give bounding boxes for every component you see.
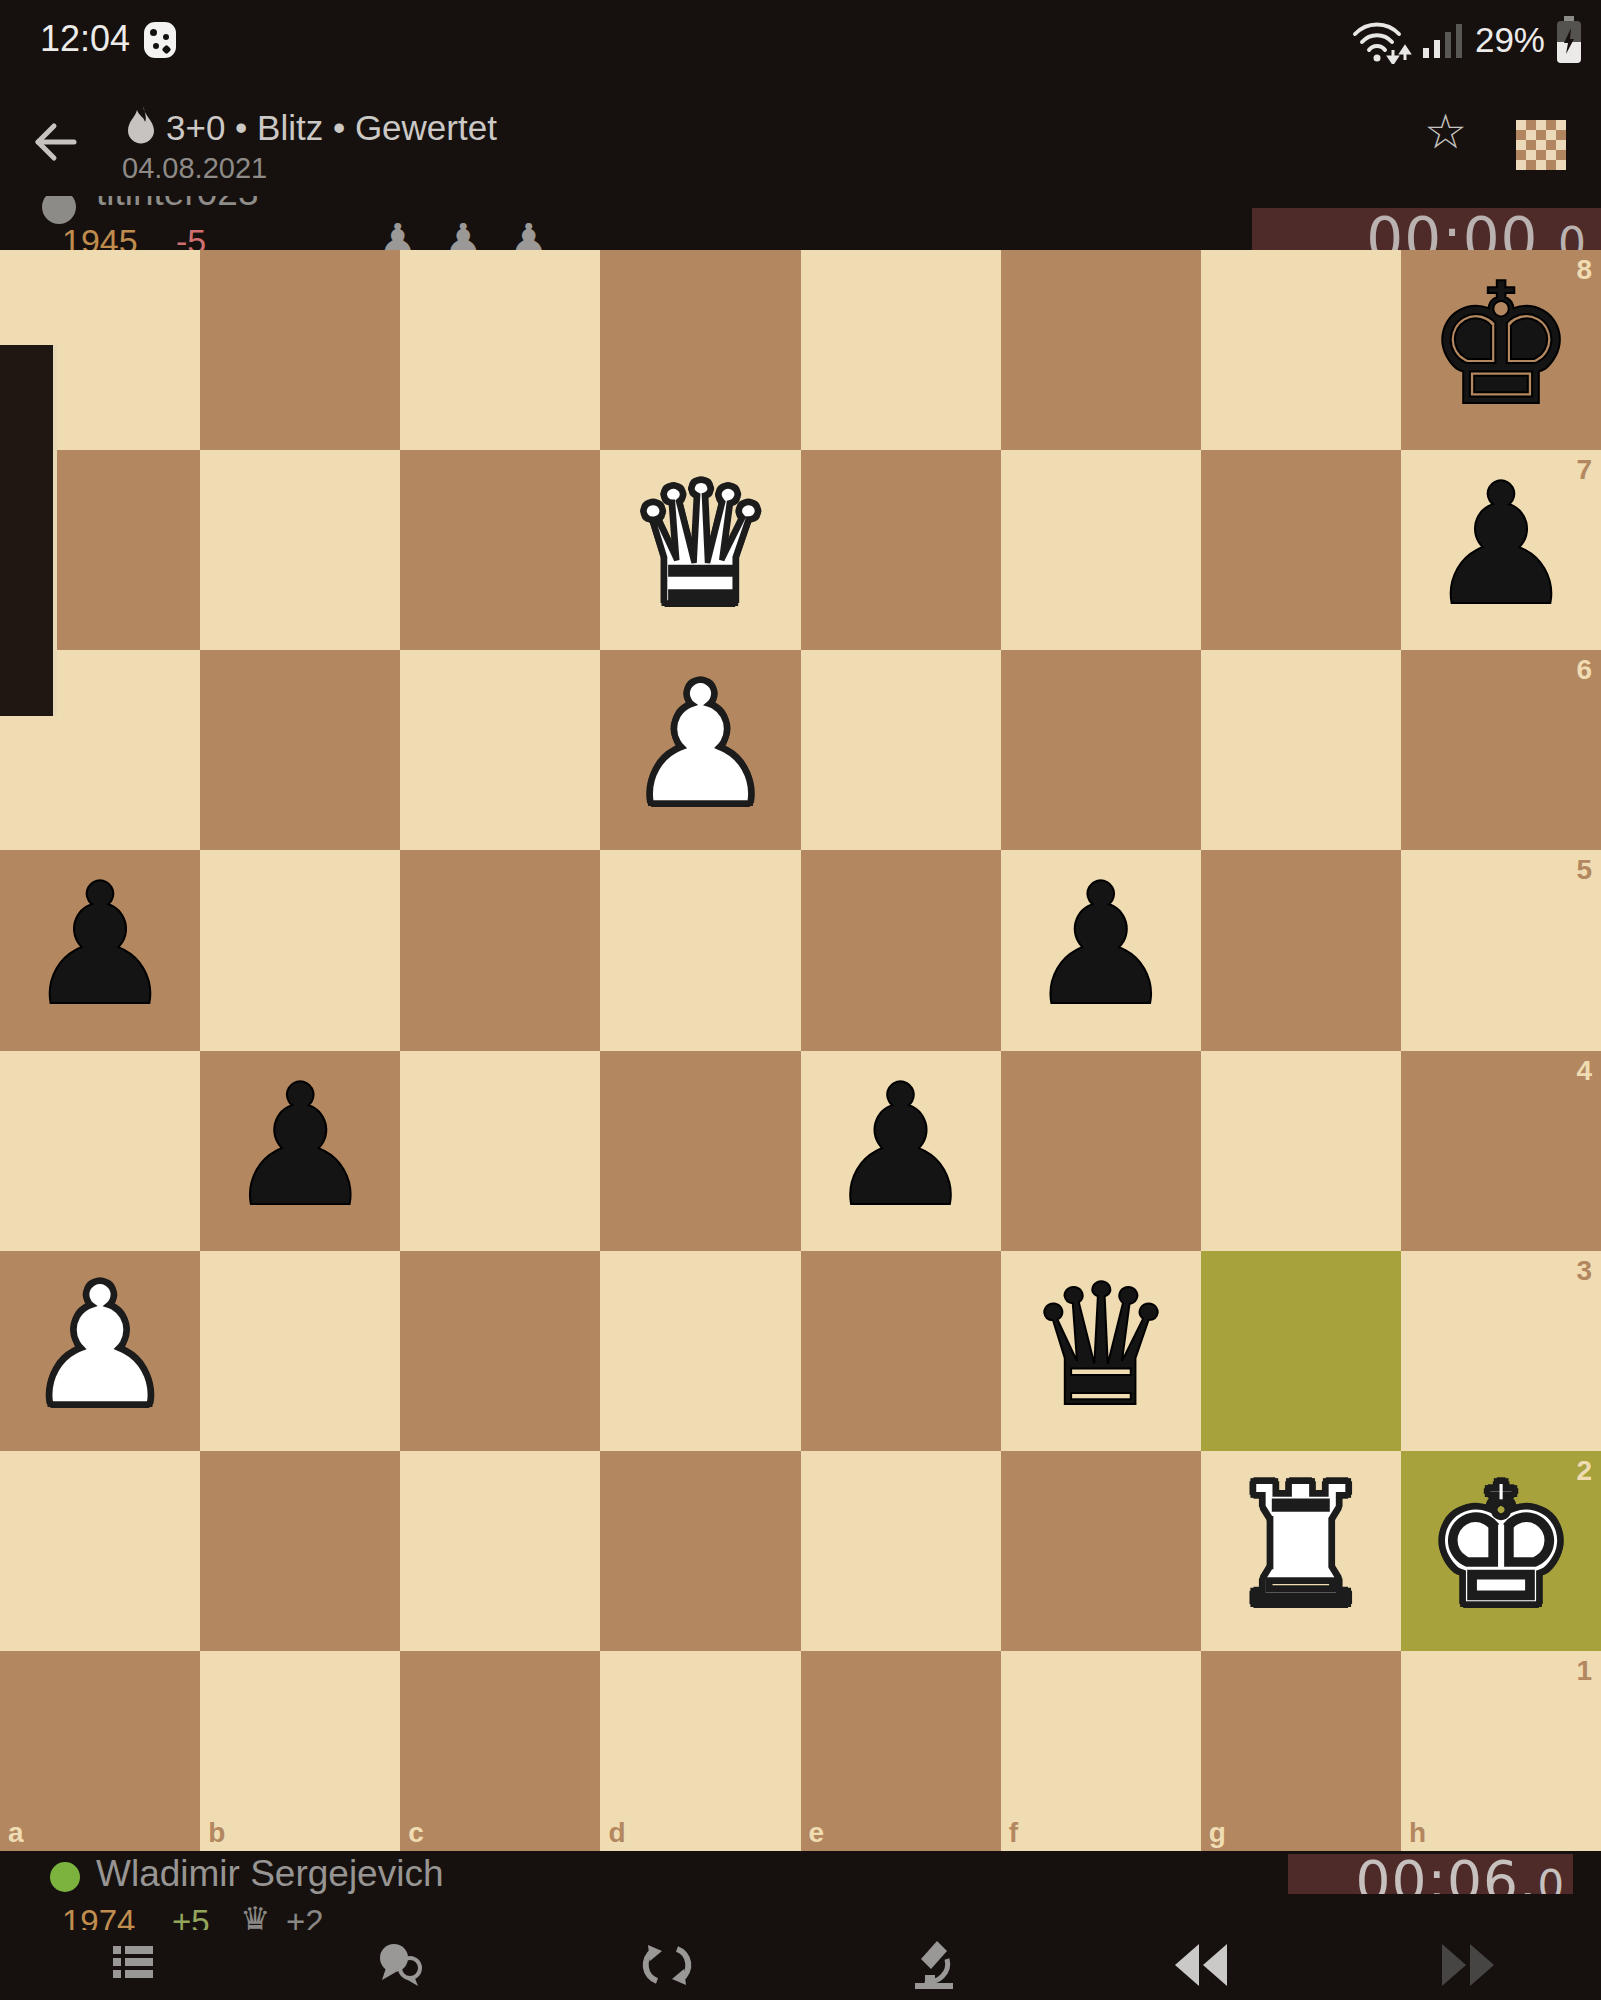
- square-f3[interactable]: ♛: [1001, 1251, 1201, 1451]
- status-time: 12:04: [40, 18, 130, 60]
- bottom-toolbar: [0, 1930, 1601, 2000]
- rank-label-6: 6: [1576, 656, 1592, 684]
- piece-bp-f5[interactable]: ♟: [1001, 850, 1201, 1050]
- piece-wr-g2[interactable]: ♜: [1201, 1451, 1401, 1651]
- square-f1[interactable]: f: [1001, 1651, 1201, 1851]
- menu-list-button[interactable]: [0, 1938, 267, 1992]
- game-date: 04.08.2021: [122, 152, 267, 185]
- rank-label-4: 4: [1576, 1057, 1592, 1085]
- battery-icon: [1555, 16, 1583, 64]
- rank-label-1: 1: [1576, 1657, 1592, 1685]
- analysis-microscope-button[interactable]: [800, 1937, 1067, 1993]
- square-d5[interactable]: [600, 850, 800, 1050]
- top-chrome: 12:04: [0, 0, 1601, 196]
- piece-bp-h7[interactable]: ♟: [1401, 450, 1601, 650]
- piece-wq-d7[interactable]: ♛: [600, 450, 800, 650]
- square-f4[interactable]: [1001, 1051, 1201, 1251]
- fast-backward-button[interactable]: [1067, 1940, 1334, 1990]
- square-d4[interactable]: [600, 1051, 800, 1251]
- square-a2[interactable]: [0, 1451, 200, 1651]
- square-g6[interactable]: [1201, 650, 1401, 850]
- square-a1[interactable]: a: [0, 1651, 200, 1851]
- square-h8[interactable]: 8♚: [1401, 250, 1601, 450]
- bookmark-star-button[interactable]: ☆: [1424, 108, 1467, 156]
- blitz-flame-icon: [126, 106, 158, 152]
- piece-bp-a5[interactable]: ♟: [0, 850, 200, 1050]
- rank-label-5: 5: [1576, 856, 1592, 884]
- square-c8[interactable]: [400, 250, 600, 450]
- square-c6[interactable]: [400, 650, 600, 850]
- game-title: 3+0 • Blitz • Gewertet: [166, 108, 497, 148]
- square-g8[interactable]: [1201, 250, 1401, 450]
- square-d2[interactable]: [600, 1451, 800, 1651]
- file-label-c: c: [408, 1819, 424, 1847]
- square-d8[interactable]: [600, 250, 800, 450]
- square-c1[interactable]: c: [400, 1651, 600, 1851]
- square-e7[interactable]: [801, 450, 1001, 650]
- square-h4[interactable]: 4: [1401, 1051, 1601, 1251]
- square-e4[interactable]: ♟: [801, 1051, 1001, 1251]
- square-e1[interactable]: e: [801, 1651, 1001, 1851]
- wifi-icon: [1351, 16, 1413, 64]
- square-e3[interactable]: [801, 1251, 1001, 1451]
- back-button[interactable]: [28, 114, 84, 170]
- square-e6[interactable]: [801, 650, 1001, 850]
- fast-forward-button[interactable]: [1334, 1940, 1601, 1990]
- square-g5[interactable]: [1201, 850, 1401, 1050]
- clock-bottom: 00:06.0: [1288, 1854, 1573, 1894]
- square-f8[interactable]: [1001, 250, 1201, 450]
- square-e5[interactable]: [801, 850, 1001, 1050]
- square-a3[interactable]: ♟: [0, 1251, 200, 1451]
- file-label-h: h: [1409, 1819, 1426, 1847]
- square-d6[interactable]: ♟: [600, 650, 800, 850]
- square-c3[interactable]: [400, 1251, 600, 1451]
- square-b5[interactable]: [200, 850, 400, 1050]
- square-d7[interactable]: ♛: [600, 450, 800, 650]
- square-a5[interactable]: ♟: [0, 850, 200, 1050]
- square-h3[interactable]: 3: [1401, 1251, 1601, 1451]
- flip-board-button[interactable]: [534, 1937, 801, 1993]
- board-thumbnail-button[interactable]: [1516, 120, 1566, 170]
- square-g4[interactable]: [1201, 1051, 1401, 1251]
- chat-button[interactable]: [267, 1938, 534, 1992]
- game-launcher-icon: [144, 22, 176, 58]
- piece-wp-d6[interactable]: ♟: [600, 650, 800, 850]
- square-h6[interactable]: 6: [1401, 650, 1601, 850]
- file-label-a: a: [8, 1819, 24, 1847]
- square-h1[interactable]: 1h: [1401, 1651, 1601, 1851]
- player-bottom-online-dot: [50, 1862, 80, 1892]
- left-overlay-strip: [0, 345, 57, 716]
- square-h2[interactable]: 2♚: [1401, 1451, 1601, 1651]
- piece-wk-h2[interactable]: ♚: [1401, 1451, 1601, 1651]
- square-g7[interactable]: [1201, 450, 1401, 650]
- chess-board: 8♚♛7♟♟6♟♟5♟♟4♟♛3♜2♚abcdefg1h: [0, 250, 1601, 1851]
- rank-label-3: 3: [1576, 1257, 1592, 1285]
- square-b8[interactable]: [200, 250, 400, 450]
- square-e2[interactable]: [801, 1451, 1001, 1651]
- piece-bp-b4[interactable]: ♟: [200, 1051, 400, 1251]
- player-bottom-name[interactable]: Wladimir Sergejevich: [96, 1853, 444, 1895]
- square-h7[interactable]: 7♟: [1401, 450, 1601, 650]
- file-label-b: b: [208, 1819, 225, 1847]
- square-b7[interactable]: [200, 450, 400, 650]
- file-label-d: d: [608, 1819, 625, 1847]
- piece-wp-a3[interactable]: ♟: [0, 1251, 200, 1451]
- signal-bars-icon: [1423, 20, 1465, 60]
- square-e8[interactable]: [801, 250, 1001, 450]
- clock-top: 00:00.0: [1252, 208, 1601, 250]
- square-f7[interactable]: [1001, 450, 1201, 650]
- piece-bq-f3[interactable]: ♛: [1001, 1251, 1201, 1451]
- square-h5[interactable]: 5: [1401, 850, 1601, 1050]
- square-b2[interactable]: [200, 1451, 400, 1651]
- piece-bk-h8[interactable]: ♚: [1401, 250, 1601, 450]
- square-c2[interactable]: [400, 1451, 600, 1651]
- file-label-f: f: [1009, 1819, 1018, 1847]
- square-b4[interactable]: ♟: [200, 1051, 400, 1251]
- square-f6[interactable]: [1001, 650, 1201, 850]
- battery-percent: 29%: [1475, 20, 1545, 60]
- square-f2[interactable]: [1001, 1451, 1201, 1651]
- square-b6[interactable]: [200, 650, 400, 850]
- square-g1[interactable]: g: [1201, 1651, 1401, 1851]
- square-c7[interactable]: [400, 450, 600, 650]
- square-b1[interactable]: b: [200, 1651, 400, 1851]
- piece-bp-e4[interactable]: ♟: [801, 1051, 1001, 1251]
- square-c4[interactable]: [400, 1051, 600, 1251]
- square-g3[interactable]: [1201, 1251, 1401, 1451]
- square-a4[interactable]: [0, 1051, 200, 1251]
- square-c5[interactable]: [400, 850, 600, 1050]
- square-f5[interactable]: ♟: [1001, 850, 1201, 1050]
- square-g2[interactable]: ♜: [1201, 1451, 1401, 1651]
- file-label-e: e: [809, 1819, 825, 1847]
- square-b3[interactable]: [200, 1251, 400, 1451]
- square-d3[interactable]: [600, 1251, 800, 1451]
- file-label-g: g: [1209, 1819, 1226, 1847]
- square-d1[interactable]: d: [600, 1651, 800, 1851]
